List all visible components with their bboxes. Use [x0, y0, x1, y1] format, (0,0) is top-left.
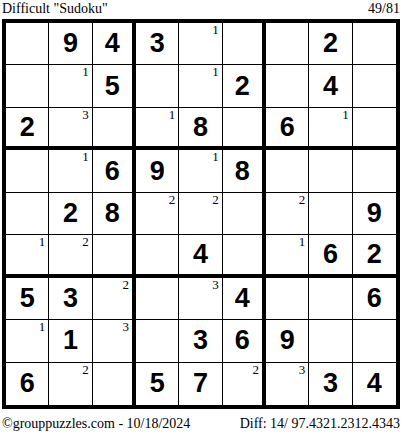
cell-r2c3[interactable]: 5	[93, 65, 136, 107]
cell-r1c9[interactable]	[353, 23, 396, 65]
cell-r5c1[interactable]	[6, 193, 49, 235]
cell-r7c8[interactable]	[309, 278, 352, 320]
given-digit: 4	[309, 65, 351, 106]
cell-r4c3[interactable]: 6	[93, 150, 136, 192]
given-digit: 7	[179, 363, 221, 405]
cell-r2c5[interactable]: 1	[179, 65, 222, 107]
pencil-mark: 2	[122, 278, 129, 292]
cell-r8c2[interactable]: 1	[49, 320, 92, 362]
cell-r5c8[interactable]	[309, 193, 352, 235]
cell-r4c2[interactable]: 1	[49, 150, 92, 192]
given-digit: 3	[136, 23, 178, 64]
cell-r6c7[interactable]: 1	[266, 235, 309, 277]
pencil-mark: 3	[122, 320, 129, 334]
given-digit: 2	[6, 108, 48, 146]
given-digit: 5	[93, 65, 132, 106]
cell-r7c4[interactable]	[136, 278, 179, 320]
cell-r2c9[interactable]	[353, 65, 396, 107]
cell-r3c6[interactable]	[223, 108, 266, 150]
cell-r3c4[interactable]: 1	[136, 108, 179, 150]
cell-r8c9[interactable]	[353, 320, 396, 362]
cell-r4c1[interactable]	[6, 150, 49, 192]
cell-r1c5[interactable]: 1	[179, 23, 222, 65]
given-digit: 6	[93, 150, 132, 191]
cell-r5c5[interactable]: 2	[179, 193, 222, 235]
given-digit: 4	[223, 278, 262, 319]
given-digit: 3	[49, 278, 91, 319]
cell-r2c1[interactable]	[6, 65, 49, 107]
cell-r6c9[interactable]: 2	[353, 235, 396, 277]
cell-r9c9[interactable]: 4	[353, 363, 396, 405]
empty-cell-counter: 49/81	[368, 1, 400, 17]
cell-r4c8[interactable]	[309, 150, 352, 192]
sudoku-board: 9431215124231861169182822291241625323461…	[2, 19, 400, 409]
cell-r6c5[interactable]: 4	[179, 235, 222, 277]
cell-r1c4[interactable]: 3	[136, 23, 179, 65]
given-digit: 5	[6, 278, 48, 319]
given-digit: 4	[179, 235, 221, 273]
given-digit: 2	[49, 193, 91, 234]
pencil-mark: 1	[169, 108, 176, 122]
given-digit: 1	[49, 320, 91, 361]
cell-r6c1[interactable]: 1	[6, 235, 49, 277]
cell-r3c3[interactable]	[93, 108, 136, 150]
cell-r9c1[interactable]: 6	[6, 363, 49, 405]
cell-r1c3[interactable]: 4	[93, 23, 136, 65]
cell-r3c5[interactable]: 8	[179, 108, 222, 150]
cell-r4c5[interactable]: 1	[179, 150, 222, 192]
pencil-mark: 3	[299, 363, 306, 377]
pencil-mark: 2	[82, 363, 89, 377]
given-digit: 2	[223, 65, 262, 106]
cell-r1c1[interactable]	[6, 23, 49, 65]
cell-r3c1[interactable]: 2	[6, 108, 49, 150]
sudoku-page: Difficult "Sudoku" 49/81 943121512423186…	[0, 0, 402, 437]
pencil-mark: 2	[169, 193, 176, 207]
pencil-mark: 3	[82, 108, 89, 122]
pencil-mark: 1	[299, 235, 306, 249]
given-digit: 6	[353, 278, 396, 319]
cell-r3c9[interactable]	[353, 108, 396, 150]
given-digit: 9	[266, 320, 308, 361]
cell-r9c5[interactable]: 7	[179, 363, 222, 405]
cell-r6c3[interactable]	[93, 235, 136, 277]
cell-r5c9[interactable]: 9	[353, 193, 396, 235]
cell-r5c3[interactable]: 8	[93, 193, 136, 235]
given-digit: 4	[93, 23, 132, 64]
cell-r9c7[interactable]: 3	[266, 363, 309, 405]
cell-r7c7[interactable]	[266, 278, 309, 320]
given-digit: 9	[353, 193, 396, 234]
cell-r2c4[interactable]	[136, 65, 179, 107]
pencil-mark: 3	[212, 278, 219, 292]
given-digit: 9	[49, 23, 91, 64]
given-digit: 6	[266, 108, 308, 146]
cell-r4c4[interactable]: 9	[136, 150, 179, 192]
cell-r9c2[interactable]: 2	[49, 363, 92, 405]
cell-r7c2[interactable]: 3	[49, 278, 92, 320]
cell-r2c6[interactable]: 2	[223, 65, 266, 107]
given-digit: 6	[6, 363, 48, 405]
cell-r5c4[interactable]: 2	[136, 193, 179, 235]
given-digit: 4	[353, 363, 396, 405]
pencil-mark: 2	[299, 193, 306, 207]
given-digit: 8	[179, 108, 221, 146]
copyright-date: ©grouppuzzles.com - 10/18/2024	[2, 416, 190, 431]
given-digit: 6	[309, 235, 351, 273]
cell-r7c5[interactable]: 3	[179, 278, 222, 320]
cell-r1c7[interactable]	[266, 23, 309, 65]
given-digit: 2	[309, 23, 351, 64]
cell-r7c6[interactable]: 4	[223, 278, 266, 320]
cell-r7c9[interactable]: 6	[353, 278, 396, 320]
cell-r5c7[interactable]: 2	[266, 193, 309, 235]
given-digit: 3	[309, 363, 351, 405]
cell-r9c3[interactable]	[93, 363, 136, 405]
pencil-mark: 1	[39, 235, 46, 249]
cell-r4c6[interactable]: 8	[223, 150, 266, 192]
pencil-mark: 2	[252, 363, 259, 377]
pencil-mark: 2	[212, 193, 219, 207]
given-digit: 8	[223, 150, 262, 191]
cell-r6c6[interactable]	[223, 235, 266, 277]
pencil-mark: 1	[212, 23, 219, 37]
pencil-mark: 2	[82, 235, 89, 249]
cell-r5c2[interactable]: 2	[49, 193, 92, 235]
cell-r9c8[interactable]: 3	[309, 363, 352, 405]
pencil-mark: 1	[82, 150, 89, 164]
pencil-mark: 1	[342, 108, 349, 122]
pencil-mark: 1	[82, 65, 89, 79]
cell-r8c4[interactable]	[136, 320, 179, 362]
difficulty-info: Diff: 14/ 97.4321.2312.4343	[240, 416, 400, 431]
cell-r1c2[interactable]: 9	[49, 23, 92, 65]
cell-r6c2[interactable]: 2	[49, 235, 92, 277]
header: Difficult "Sudoku" 49/81	[0, 0, 402, 19]
cell-r6c8[interactable]: 6	[309, 235, 352, 277]
puzzle-title: Difficult "Sudoku"	[2, 1, 108, 17]
given-digit: 2	[353, 235, 396, 273]
given-digit: 8	[93, 193, 132, 234]
given-digit: 5	[136, 363, 178, 405]
cell-r8c6[interactable]: 6	[223, 320, 266, 362]
cell-r1c6[interactable]	[223, 23, 266, 65]
cell-r8c5[interactable]: 3	[179, 320, 222, 362]
cell-r1c8[interactable]: 2	[309, 23, 352, 65]
cell-r3c8[interactable]: 1	[309, 108, 352, 150]
cell-r8c1[interactable]: 1	[6, 320, 49, 362]
pencil-mark: 1	[212, 150, 219, 164]
cell-r5c6[interactable]	[223, 193, 266, 235]
cell-r7c1[interactable]: 5	[6, 278, 49, 320]
cell-r7c3[interactable]: 2	[93, 278, 136, 320]
cell-r2c7[interactable]	[266, 65, 309, 107]
cell-r8c3[interactable]: 3	[93, 320, 136, 362]
cell-r2c2[interactable]: 1	[49, 65, 92, 107]
cell-r3c2[interactable]: 3	[49, 108, 92, 150]
cell-r4c7[interactable]	[266, 150, 309, 192]
cell-r8c7[interactable]: 9	[266, 320, 309, 362]
given-digit: 3	[179, 320, 221, 361]
cell-r4c9[interactable]	[353, 150, 396, 192]
cell-r9c4[interactable]: 5	[136, 363, 179, 405]
footer: ©grouppuzzles.com - 10/18/2024 Diff: 14/…	[0, 409, 402, 437]
given-digit: 9	[136, 150, 178, 191]
cell-r9c6[interactable]: 2	[223, 363, 266, 405]
given-digit: 6	[223, 320, 262, 361]
pencil-mark: 1	[39, 320, 46, 334]
cell-r6c4[interactable]	[136, 235, 179, 277]
cell-r3c7[interactable]: 6	[266, 108, 309, 150]
cell-r8c8[interactable]	[309, 320, 352, 362]
cell-r2c8[interactable]: 4	[309, 65, 352, 107]
pencil-mark: 1	[212, 65, 219, 79]
